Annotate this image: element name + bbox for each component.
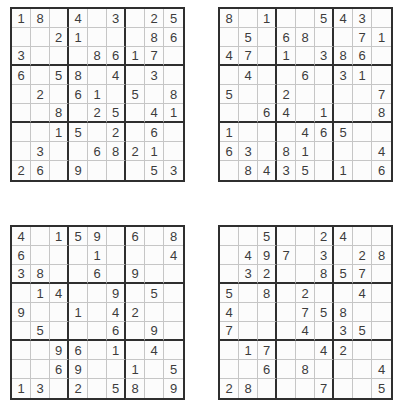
cell-r9c9[interactable]: 3 [164,161,183,180]
cell-r7c5[interactable]: 4 [296,123,315,142]
cell-r4c9[interactable] [372,284,391,303]
cell-r3c1[interactable] [220,265,239,284]
cell-r3c3[interactable] [50,47,69,66]
cell-r4c9[interactable] [164,66,183,85]
cell-r9c7[interactable]: 8 [126,379,145,398]
cell-r5c3[interactable] [258,303,277,322]
cell-r8c1[interactable] [12,360,31,379]
cell-r3c4[interactable] [277,265,296,284]
cell-r4c2[interactable] [31,66,50,85]
cell-r7c5[interactable] [88,123,107,142]
cell-r5c4[interactable]: 1 [69,303,88,322]
cell-r3c1[interactable]: 3 [12,47,31,66]
cell-r9c3[interactable] [50,379,69,398]
cell-r9c7[interactable]: 1 [334,161,353,180]
cell-r6c2[interactable] [239,322,258,341]
cell-r8c2[interactable] [31,360,50,379]
cell-r6c1[interactable] [12,104,31,123]
cell-r2c3[interactable] [50,246,69,265]
cell-r8c2[interactable]: 3 [239,142,258,161]
cell-r4c6[interactable] [315,66,334,85]
cell-r8c5[interactable]: 6 [88,142,107,161]
cell-r8c7[interactable]: 2 [126,142,145,161]
cell-r3c6[interactable]: 8 [315,265,334,284]
cell-r1c7[interactable]: 4 [334,227,353,246]
cell-r6c9[interactable] [164,322,183,341]
cell-r1c5[interactable] [296,9,315,28]
cell-r9c5[interactable]: 5 [296,161,315,180]
cell-r3c2[interactable]: 3 [239,265,258,284]
cell-r9c9[interactable]: 6 [372,161,391,180]
cell-r4c6[interactable]: 9 [107,284,126,303]
cell-r8c3[interactable]: 6 [50,360,69,379]
cell-r8c6[interactable] [315,360,334,379]
cell-r7c6[interactable]: 1 [107,341,126,360]
cell-r4c3[interactable]: 8 [258,284,277,303]
cell-r5c3[interactable] [258,85,277,104]
cell-r2c5[interactable] [296,246,315,265]
cell-r3c5[interactable] [296,47,315,66]
cell-r2c8[interactable]: 2 [353,246,372,265]
cell-r1c8[interactable]: 2 [145,9,164,28]
cell-r2c4[interactable]: 1 [69,28,88,47]
cell-r6c1[interactable]: 7 [220,322,239,341]
cell-r5c2[interactable]: 2 [31,85,50,104]
cell-r8c7[interactable] [334,142,353,161]
cell-r5c1[interactable]: 5 [220,85,239,104]
cell-r9c6[interactable]: 7 [315,379,334,398]
cell-r7c3[interactable] [258,123,277,142]
cell-r3c7[interactable]: 5 [334,265,353,284]
cell-r3c2[interactable]: 7 [239,47,258,66]
cell-r3c9[interactable] [164,265,183,284]
cell-r8c8[interactable]: 1 [145,142,164,161]
cell-r7c9[interactable] [372,341,391,360]
cell-r2c1[interactable]: 6 [12,246,31,265]
cell-r7c6[interactable]: 6 [315,123,334,142]
cell-r4c9[interactable] [372,66,391,85]
cell-r8c9[interactable]: 5 [164,360,183,379]
cell-r1c4[interactable]: 4 [69,9,88,28]
cell-r5c5[interactable]: 7 [296,303,315,322]
cell-r3c3[interactable] [50,265,69,284]
cell-r8c6[interactable]: 8 [107,142,126,161]
cell-r1c2[interactable] [239,9,258,28]
cell-r5c9[interactable]: 7 [372,85,391,104]
cell-r8c4[interactable] [277,360,296,379]
cell-r8c5[interactable]: 8 [296,360,315,379]
cell-r1c5[interactable] [88,9,107,28]
cell-r5c7[interactable]: 8 [334,303,353,322]
cell-r1c1[interactable]: 4 [12,227,31,246]
cell-r6c4[interactable] [69,322,88,341]
cell-r4c2[interactable] [239,284,258,303]
cell-r4c3[interactable] [258,66,277,85]
cell-r6c9[interactable] [372,322,391,341]
cell-r3c4[interactable] [69,265,88,284]
cell-r2c8[interactable]: 8 [145,28,164,47]
cell-r8c5[interactable] [88,360,107,379]
cell-r6c8[interactable]: 4 [145,104,164,123]
cell-r5c8[interactable] [145,303,164,322]
cell-r3c8[interactable]: 7 [145,47,164,66]
cell-r1c5[interactable]: 9 [88,227,107,246]
cell-r2c3[interactable] [258,28,277,47]
cell-r1c7[interactable] [126,9,145,28]
cell-r6c3[interactable] [50,322,69,341]
cell-r8c4[interactable] [69,142,88,161]
cell-r4c9[interactable] [164,284,183,303]
cell-r9c7[interactable] [334,379,353,398]
cell-r9c6[interactable] [315,161,334,180]
cell-r6c5[interactable] [296,104,315,123]
cell-r7c3[interactable]: 1 [50,123,69,142]
cell-r2c7[interactable] [334,246,353,265]
cell-r2c6[interactable]: 3 [315,246,334,265]
cell-r6c1[interactable] [220,104,239,123]
cell-r5c4[interactable]: 2 [277,85,296,104]
cell-r4c3[interactable]: 5 [50,66,69,85]
cell-r8c9[interactable]: 4 [372,360,391,379]
cell-r5c4[interactable]: 6 [69,85,88,104]
cell-r9c5[interactable] [296,379,315,398]
cell-r9c2[interactable]: 8 [239,379,258,398]
cell-r9c6[interactable] [107,161,126,180]
cell-r9c1[interactable]: 1 [12,379,31,398]
cell-r7c1[interactable]: 1 [220,123,239,142]
cell-r9c8[interactable] [145,379,164,398]
cell-r9c8[interactable]: 5 [145,161,164,180]
cell-r8c1[interactable]: 6 [220,142,239,161]
cell-r6c2[interactable] [239,104,258,123]
cell-r1c2[interactable]: 8 [31,9,50,28]
cell-r6c6[interactable]: 6 [107,322,126,341]
cell-r3c5[interactable]: 6 [88,265,107,284]
cell-r7c4[interactable]: 6 [69,341,88,360]
cell-r9c1[interactable]: 2 [12,161,31,180]
cell-r2c1[interactable] [12,28,31,47]
cell-r1c6[interactable]: 2 [315,227,334,246]
cell-r1c9[interactable]: 8 [164,227,183,246]
cell-r6c5[interactable]: 4 [296,322,315,341]
cell-r7c2[interactable] [31,341,50,360]
cell-r4c7[interactable]: 3 [334,66,353,85]
cell-r8c9[interactable] [164,142,183,161]
cell-r3c8[interactable] [145,265,164,284]
cell-r8c3[interactable] [258,142,277,161]
cell-r9c2[interactable]: 6 [31,161,50,180]
cell-r8c3[interactable] [50,142,69,161]
cell-r4c4[interactable] [277,284,296,303]
cell-r8c1[interactable] [220,360,239,379]
cell-r5c5[interactable] [296,85,315,104]
cell-r6c8[interactable]: 5 [353,322,372,341]
cell-r2c2[interactable] [31,246,50,265]
cell-r2c2[interactable] [31,28,50,47]
cell-r4c1[interactable]: 5 [220,284,239,303]
cell-r3c8[interactable]: 6 [353,47,372,66]
cell-r4c8[interactable]: 5 [145,284,164,303]
cell-r7c1[interactable] [12,123,31,142]
cell-r5c8[interactable] [145,85,164,104]
cell-r4c8[interactable]: 3 [145,66,164,85]
cell-r9c4[interactable]: 9 [69,161,88,180]
cell-r6c1[interactable] [12,322,31,341]
cell-r6c9[interactable]: 8 [372,104,391,123]
cell-r1c8[interactable]: 3 [353,9,372,28]
cell-r2c7[interactable] [126,246,145,265]
cell-r8c5[interactable]: 1 [296,142,315,161]
cell-r2c8[interactable]: 7 [353,28,372,47]
cell-r9c6[interactable]: 5 [107,379,126,398]
cell-r9c2[interactable]: 8 [239,161,258,180]
cell-r4c4[interactable] [69,284,88,303]
cell-r6c7[interactable]: 3 [334,322,353,341]
cell-r6c4[interactable]: 4 [277,104,296,123]
cell-r2c4[interactable] [69,246,88,265]
cell-r4c5[interactable]: 6 [296,66,315,85]
cell-r9c8[interactable] [353,379,372,398]
cell-r7c7[interactable]: 5 [334,123,353,142]
cell-r2c7[interactable] [334,28,353,47]
cell-r2c5[interactable] [88,28,107,47]
cell-r1c8[interactable] [353,227,372,246]
cell-r3c6[interactable]: 3 [315,47,334,66]
cell-r7c5[interactable] [88,341,107,360]
cell-r2c3[interactable]: 2 [50,28,69,47]
cell-r5c5[interactable]: 1 [88,85,107,104]
cell-r3c3[interactable] [258,47,277,66]
cell-r3c6[interactable]: 6 [107,47,126,66]
cell-r8c8[interactable] [353,142,372,161]
cell-r7c9[interactable] [164,123,183,142]
cell-r4c7[interactable] [334,284,353,303]
cell-r3c7[interactable]: 9 [126,265,145,284]
cell-r3c9[interactable] [372,47,391,66]
cell-r1c9[interactable] [372,227,391,246]
cell-r7c9[interactable] [164,341,183,360]
cell-r3c4[interactable]: 1 [277,47,296,66]
cell-r8c6[interactable] [315,142,334,161]
cell-r7c8[interactable]: 6 [145,123,164,142]
cell-r1c4[interactable]: 5 [69,227,88,246]
cell-r1c3[interactable]: 5 [258,227,277,246]
cell-r3c2[interactable] [31,47,50,66]
cell-r1c1[interactable] [220,227,239,246]
cell-r1c5[interactable] [296,227,315,246]
cell-r3c8[interactable]: 7 [353,265,372,284]
cell-r2c4[interactable]: 6 [277,28,296,47]
cell-r8c2[interactable]: 3 [31,142,50,161]
cell-r6c6[interactable]: 5 [107,104,126,123]
cell-r2c9[interactable]: 1 [372,28,391,47]
cell-r4c4[interactable]: 8 [69,66,88,85]
cell-r3c2[interactable]: 8 [31,265,50,284]
cell-r2c6[interactable] [107,246,126,265]
cell-r4c7[interactable] [126,284,145,303]
cell-r6c5[interactable] [88,322,107,341]
cell-r5c7[interactable] [334,85,353,104]
cell-r7c2[interactable]: 1 [239,341,258,360]
cell-r2c6[interactable] [107,28,126,47]
cell-r6c3[interactable]: 6 [258,104,277,123]
cell-r9c2[interactable]: 3 [31,379,50,398]
cell-r1c9[interactable]: 5 [164,9,183,28]
cell-r7c3[interactable]: 7 [258,341,277,360]
cell-r1c1[interactable]: 1 [12,9,31,28]
cell-r4c5[interactable] [88,66,107,85]
cell-r5c7[interactable]: 2 [126,303,145,322]
cell-r7c6[interactable]: 4 [315,341,334,360]
cell-r3c9[interactable] [372,265,391,284]
cell-r8c3[interactable]: 6 [258,360,277,379]
cell-r4c5[interactable] [88,284,107,303]
cell-r3c6[interactable] [107,265,126,284]
cell-r1c2[interactable] [239,227,258,246]
cell-r1c4[interactable] [277,227,296,246]
cell-r8c2[interactable] [239,360,258,379]
cell-r6c6[interactable]: 1 [315,104,334,123]
cell-r2c5[interactable]: 1 [88,246,107,265]
cell-r4c8[interactable]: 1 [353,66,372,85]
cell-r3c4[interactable] [69,47,88,66]
cell-r7c9[interactable] [372,123,391,142]
cell-r8c6[interactable] [107,360,126,379]
cell-r5c6[interactable]: 4 [107,303,126,322]
cell-r2c8[interactable] [145,246,164,265]
cell-r5c6[interactable]: 5 [315,303,334,322]
cell-r2c5[interactable]: 8 [296,28,315,47]
cell-r6c9[interactable]: 1 [164,104,183,123]
cell-r7c8[interactable]: 4 [145,341,164,360]
cell-r2c7[interactable] [126,28,145,47]
cell-r3c5[interactable] [296,265,315,284]
cell-r9c4[interactable]: 2 [69,379,88,398]
cell-r1c6[interactable]: 3 [107,9,126,28]
cell-r7c3[interactable]: 9 [50,341,69,360]
cell-r1c6[interactable]: 5 [315,9,334,28]
cell-r4c5[interactable]: 2 [296,284,315,303]
cell-r3c3[interactable]: 2 [258,265,277,284]
cell-r5c3[interactable] [50,85,69,104]
cell-r5c6[interactable] [107,85,126,104]
cell-r2c9[interactable]: 6 [164,28,183,47]
cell-r1c1[interactable]: 8 [220,9,239,28]
cell-r8c9[interactable]: 4 [372,142,391,161]
cell-r4c2[interactable]: 4 [239,66,258,85]
cell-r6c5[interactable]: 2 [88,104,107,123]
cell-r5c5[interactable] [88,303,107,322]
cell-r9c3[interactable] [50,161,69,180]
cell-r5c6[interactable] [315,85,334,104]
cell-r5c2[interactable] [31,303,50,322]
cell-r6c8[interactable] [353,104,372,123]
cell-r8c7[interactable] [334,360,353,379]
cell-r7c8[interactable] [353,341,372,360]
cell-r5c3[interactable] [50,303,69,322]
cell-r8c4[interactable]: 9 [69,360,88,379]
cell-r3c9[interactable] [164,47,183,66]
cell-r8c8[interactable] [145,360,164,379]
cell-r2c9[interactable]: 4 [164,246,183,265]
cell-r9c5[interactable] [88,161,107,180]
cell-r8c4[interactable]: 8 [277,142,296,161]
cell-r7c1[interactable] [12,341,31,360]
cell-r9c3[interactable] [258,379,277,398]
cell-r4c6[interactable]: 4 [107,66,126,85]
cell-r3c7[interactable]: 1 [126,47,145,66]
cell-r9c9[interactable]: 5 [372,379,391,398]
cell-r6c7[interactable] [126,322,145,341]
cell-r6c8[interactable]: 9 [145,322,164,341]
cell-r2c1[interactable] [220,28,239,47]
cell-r6c7[interactable] [334,104,353,123]
cell-r4c1[interactable]: 6 [12,66,31,85]
cell-r3c1[interactable]: 3 [12,265,31,284]
cell-r5c8[interactable] [353,303,372,322]
cell-r2c2[interactable]: 4 [239,246,258,265]
cell-r4c8[interactable]: 4 [353,284,372,303]
cell-r7c8[interactable] [353,123,372,142]
cell-r6c3[interactable] [258,322,277,341]
cell-r9c3[interactable]: 4 [258,161,277,180]
cell-r4c2[interactable]: 1 [31,284,50,303]
cell-r1c4[interactable] [277,9,296,28]
cell-r5c9[interactable] [372,303,391,322]
cell-r9c1[interactable] [220,161,239,180]
cell-r9c5[interactable] [88,379,107,398]
cell-r9c7[interactable] [126,161,145,180]
cell-r5c8[interactable] [353,85,372,104]
cell-r1c3[interactable]: 1 [258,9,277,28]
cell-r5c1[interactable]: 4 [220,303,239,322]
cell-r5c2[interactable] [239,303,258,322]
cell-r1c9[interactable] [372,9,391,28]
cell-r6c3[interactable]: 8 [50,104,69,123]
cell-r1c6[interactable] [107,227,126,246]
cell-r8c8[interactable] [353,360,372,379]
cell-r7c6[interactable]: 2 [107,123,126,142]
cell-r5c2[interactable] [239,85,258,104]
cell-r9c8[interactable] [353,161,372,180]
cell-r2c2[interactable]: 5 [239,28,258,47]
cell-r7c7[interactable] [126,341,145,360]
cell-r7c5[interactable] [296,341,315,360]
cell-r6c4[interactable] [277,322,296,341]
cell-r2c6[interactable] [315,28,334,47]
cell-r5c9[interactable]: 8 [164,85,183,104]
cell-r4c6[interactable] [315,284,334,303]
cell-r6c2[interactable]: 5 [31,322,50,341]
cell-r7c7[interactable] [126,123,145,142]
cell-r6c7[interactable] [126,104,145,123]
cell-r1c2[interactable] [31,227,50,246]
cell-r3c5[interactable]: 8 [88,47,107,66]
cell-r4c1[interactable] [12,284,31,303]
cell-r2c4[interactable]: 7 [277,246,296,265]
cell-r2c9[interactable]: 8 [372,246,391,265]
cell-r6c6[interactable] [315,322,334,341]
cell-r5c7[interactable]: 5 [126,85,145,104]
cell-r7c2[interactable] [31,123,50,142]
cell-r3c1[interactable]: 4 [220,47,239,66]
cell-r6c2[interactable] [31,104,50,123]
cell-r2c3[interactable]: 9 [258,246,277,265]
cell-r1c3[interactable] [50,9,69,28]
cell-r4c7[interactable] [126,66,145,85]
cell-r8c7[interactable]: 1 [126,360,145,379]
cell-r5c1[interactable] [12,85,31,104]
